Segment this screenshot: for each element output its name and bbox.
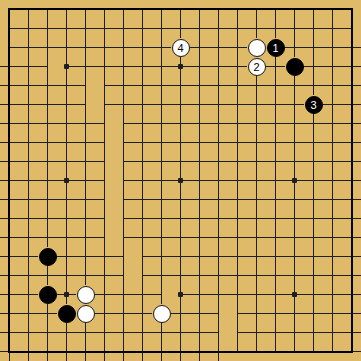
board-intersection (133, 38, 152, 57)
board-intersection (266, 266, 285, 285)
board-intersection (76, 152, 95, 171)
board-intersection (171, 228, 190, 247)
board-intersection (285, 304, 304, 323)
board-intersection (152, 114, 171, 133)
board-intersection (247, 171, 266, 190)
board-intersection (228, 323, 247, 342)
board-intersection (114, 285, 133, 304)
board-intersection (57, 133, 76, 152)
board-intersection (38, 0, 57, 19)
board-intersection (0, 266, 19, 285)
board-intersection (285, 133, 304, 152)
black-stone (39, 248, 57, 266)
board-intersection (266, 57, 285, 76)
board-intersection (228, 228, 247, 247)
board-intersection (76, 0, 95, 19)
board-intersection (304, 304, 323, 323)
board-intersection (285, 209, 304, 228)
board-intersection (152, 285, 171, 304)
board-intersection (342, 19, 361, 38)
board-intersection (304, 228, 323, 247)
board-intersection (152, 247, 171, 266)
board-intersection (323, 152, 342, 171)
board-intersection (323, 209, 342, 228)
board-intersection (133, 114, 152, 133)
board-intersection (171, 95, 190, 114)
board-intersection (171, 247, 190, 266)
board-intersection (38, 114, 57, 133)
star-point (178, 64, 183, 69)
board-intersection (152, 152, 171, 171)
board-intersection (114, 152, 133, 171)
board-intersection (38, 228, 57, 247)
board-intersection (323, 19, 342, 38)
star-point (64, 178, 69, 183)
board-intersection (0, 0, 19, 19)
white-stone (153, 305, 171, 323)
star-point (292, 292, 297, 297)
board-intersection (133, 57, 152, 76)
board-intersection (38, 342, 57, 361)
board-intersection (228, 152, 247, 171)
board-intersection (247, 266, 266, 285)
board-intersection (76, 76, 95, 95)
board-intersection (304, 266, 323, 285)
board-intersection (304, 38, 323, 57)
black-stone (39, 286, 57, 304)
board-intersection (95, 171, 114, 190)
board-intersection (304, 0, 323, 19)
go-board: 4123 (0, 0, 361, 361)
board-intersection (114, 190, 133, 209)
board-intersection (133, 323, 152, 342)
board-intersection (171, 304, 190, 323)
board-intersection (114, 19, 133, 38)
board-intersection (114, 228, 133, 247)
board-intersection (114, 323, 133, 342)
board-intersection (228, 285, 247, 304)
board-intersection (266, 209, 285, 228)
board-intersection (285, 95, 304, 114)
board-intersection (114, 342, 133, 361)
board-intersection (133, 0, 152, 19)
board-intersection (304, 247, 323, 266)
board-intersection (285, 0, 304, 19)
board-intersection (266, 285, 285, 304)
board-intersection (285, 19, 304, 38)
board-intersection (247, 133, 266, 152)
board-intersection (266, 342, 285, 361)
board-intersection (152, 209, 171, 228)
board-intersection (209, 171, 228, 190)
board-intersection (190, 0, 209, 19)
board-intersection (342, 323, 361, 342)
board-intersection (0, 323, 19, 342)
board-intersection (228, 171, 247, 190)
black-stone (58, 305, 76, 323)
board-intersection (247, 304, 266, 323)
board-intersection (209, 95, 228, 114)
board-intersection (190, 171, 209, 190)
board-intersection (323, 38, 342, 57)
board-intersection (171, 266, 190, 285)
board-intersection (209, 342, 228, 361)
board-intersection (323, 95, 342, 114)
board-intersection (19, 19, 38, 38)
black-stone-move-3: 3 (305, 96, 323, 114)
board-intersection (190, 152, 209, 171)
board-intersection (209, 114, 228, 133)
board-intersection (209, 323, 228, 342)
board-intersection (114, 266, 133, 285)
board-intersection (342, 95, 361, 114)
board-intersection (323, 304, 342, 323)
board-intersection (95, 114, 114, 133)
board-intersection (133, 209, 152, 228)
star-point (178, 292, 183, 297)
board-intersection (0, 285, 19, 304)
board-intersection (19, 285, 38, 304)
board-intersection (323, 133, 342, 152)
board-intersection (133, 76, 152, 95)
board-intersection (209, 38, 228, 57)
board-intersection (38, 57, 57, 76)
board-intersection (38, 171, 57, 190)
board-intersection (342, 0, 361, 19)
board-intersection (95, 247, 114, 266)
board-intersection (190, 38, 209, 57)
board-intersection (323, 228, 342, 247)
black-stone-move-1: 1 (267, 39, 285, 57)
board-intersection (95, 285, 114, 304)
board-intersection (285, 228, 304, 247)
board-intersection (228, 133, 247, 152)
board-intersection (38, 323, 57, 342)
board-intersection (0, 171, 19, 190)
board-intersection (266, 171, 285, 190)
board-intersection (0, 114, 19, 133)
board-intersection (19, 57, 38, 76)
board-intersection (76, 190, 95, 209)
board-intersection (95, 304, 114, 323)
board-intersection (228, 209, 247, 228)
board-intersection (152, 266, 171, 285)
board-intersection (76, 38, 95, 57)
board-intersection (190, 247, 209, 266)
board-intersection (114, 304, 133, 323)
board-intersection (19, 304, 38, 323)
board-intersection (57, 95, 76, 114)
board-intersection (304, 209, 323, 228)
board-intersection (76, 19, 95, 38)
board-intersection (133, 19, 152, 38)
board-intersection (57, 266, 76, 285)
board-intersection (304, 285, 323, 304)
board-intersection (228, 95, 247, 114)
board-intersection (190, 95, 209, 114)
star-point (292, 178, 297, 183)
board-intersection (247, 285, 266, 304)
board-intersection (171, 0, 190, 19)
board-intersection (304, 323, 323, 342)
board-intersection (19, 133, 38, 152)
board-intersection (171, 133, 190, 152)
board-intersection (95, 76, 114, 95)
board-intersection (95, 38, 114, 57)
board-intersection (342, 342, 361, 361)
white-stone (248, 39, 266, 57)
board-intersection (0, 304, 19, 323)
board-intersection (152, 57, 171, 76)
board-intersection (0, 76, 19, 95)
board-intersection (266, 190, 285, 209)
board-intersection (152, 19, 171, 38)
board-intersection (152, 76, 171, 95)
board-intersection (19, 171, 38, 190)
board-intersection (247, 228, 266, 247)
board-intersection (285, 190, 304, 209)
board-intersection (228, 57, 247, 76)
board-intersection (114, 0, 133, 19)
board-intersection (38, 209, 57, 228)
board-intersection (228, 19, 247, 38)
board-intersection (19, 114, 38, 133)
board-intersection (190, 266, 209, 285)
board-intersection (323, 76, 342, 95)
board-intersection (285, 342, 304, 361)
board-intersection (76, 133, 95, 152)
board-intersection (342, 304, 361, 323)
star-point (64, 292, 69, 297)
board-intersection (114, 247, 133, 266)
board-intersection (209, 57, 228, 76)
board-intersection (228, 38, 247, 57)
board-intersection (190, 57, 209, 76)
board-intersection (342, 171, 361, 190)
board-intersection (57, 190, 76, 209)
board-intersection (133, 247, 152, 266)
board-intersection (304, 133, 323, 152)
board-intersection (57, 76, 76, 95)
board-intersection (19, 228, 38, 247)
board-intersection (190, 285, 209, 304)
black-stone (286, 58, 304, 76)
board-intersection (209, 266, 228, 285)
white-stone (77, 305, 95, 323)
board-intersection (0, 95, 19, 114)
board-intersection (95, 57, 114, 76)
board-intersection (76, 209, 95, 228)
board-intersection (0, 152, 19, 171)
board-intersection (95, 19, 114, 38)
board-intersection (190, 190, 209, 209)
board-intersection (209, 76, 228, 95)
board-intersection (266, 19, 285, 38)
board-intersection (190, 76, 209, 95)
board-intersection (323, 285, 342, 304)
board-intersection (76, 171, 95, 190)
board-intersection (304, 190, 323, 209)
board-intersection (190, 209, 209, 228)
board-intersection (247, 114, 266, 133)
board-intersection (0, 38, 19, 57)
board-intersection (266, 152, 285, 171)
board-intersection (247, 152, 266, 171)
board-intersection (190, 342, 209, 361)
board-intersection (304, 19, 323, 38)
board-intersection (38, 266, 57, 285)
board-intersection (190, 304, 209, 323)
board-intersection (152, 228, 171, 247)
board-intersection (228, 190, 247, 209)
board-intersection (285, 76, 304, 95)
board-intersection (19, 209, 38, 228)
board-intersection (76, 247, 95, 266)
board-intersection (57, 152, 76, 171)
board-intersection (0, 342, 19, 361)
board-intersection (171, 114, 190, 133)
white-stone-move-2: 2 (248, 58, 266, 76)
board-intersection (209, 304, 228, 323)
board-intersection (323, 114, 342, 133)
board-intersection (190, 323, 209, 342)
board-intersection (38, 38, 57, 57)
board-intersection (228, 76, 247, 95)
board-intersection (209, 228, 228, 247)
board-intersection (95, 209, 114, 228)
board-intersection (38, 152, 57, 171)
board-intersection (323, 342, 342, 361)
board-intersection (209, 152, 228, 171)
board-intersection (95, 228, 114, 247)
board-intersection (304, 152, 323, 171)
star-point (64, 64, 69, 69)
board-intersection (19, 76, 38, 95)
board-intersection (95, 152, 114, 171)
board-intersection (38, 190, 57, 209)
board-intersection (323, 190, 342, 209)
board-intersection (228, 247, 247, 266)
board-intersection (0, 133, 19, 152)
board-intersection (266, 323, 285, 342)
board-intersection (209, 285, 228, 304)
board-intersection (171, 76, 190, 95)
board-intersection (76, 57, 95, 76)
board-intersection (0, 209, 19, 228)
board-intersection (171, 342, 190, 361)
board-intersection (342, 152, 361, 171)
board-intersection (95, 342, 114, 361)
board-intersection (95, 95, 114, 114)
board-intersection (133, 190, 152, 209)
board-intersection (57, 38, 76, 57)
board-intersection (95, 0, 114, 19)
board-intersection (323, 247, 342, 266)
board-intersection (133, 95, 152, 114)
board-intersection (38, 304, 57, 323)
board-intersection (304, 114, 323, 133)
board-intersection (114, 209, 133, 228)
star-point (178, 178, 183, 183)
board-intersection (57, 209, 76, 228)
board-intersection (342, 209, 361, 228)
board-intersection (114, 57, 133, 76)
board-intersection (19, 0, 38, 19)
board-intersection (228, 0, 247, 19)
board-intersection (152, 0, 171, 19)
board-intersection (342, 114, 361, 133)
board-intersection (304, 76, 323, 95)
board-intersection (152, 342, 171, 361)
board-intersection (285, 247, 304, 266)
board-intersection (209, 19, 228, 38)
board-intersection (133, 171, 152, 190)
board-intersection (152, 95, 171, 114)
board-intersection (266, 0, 285, 19)
board-intersection (152, 323, 171, 342)
board-intersection (133, 228, 152, 247)
board-intersection (285, 152, 304, 171)
board-intersection (38, 19, 57, 38)
board-intersection (133, 342, 152, 361)
board-intersection (19, 190, 38, 209)
board-intersection (133, 133, 152, 152)
board-intersection (0, 57, 19, 76)
board-intersection (285, 38, 304, 57)
board-intersection (285, 323, 304, 342)
board-intersection (304, 57, 323, 76)
board-intersection (266, 76, 285, 95)
board-intersection (266, 304, 285, 323)
board-intersection (152, 171, 171, 190)
board-intersection (152, 38, 171, 57)
board-intersection (76, 266, 95, 285)
board-intersection (57, 114, 76, 133)
board-intersection (190, 133, 209, 152)
board-intersection (190, 114, 209, 133)
board-intersection (247, 0, 266, 19)
board-intersection (323, 0, 342, 19)
board-intersection (0, 19, 19, 38)
board-intersection (76, 323, 95, 342)
board-intersection (342, 247, 361, 266)
board-intersection (266, 95, 285, 114)
board-intersection (171, 19, 190, 38)
board-intersection (114, 171, 133, 190)
board-intersection (228, 266, 247, 285)
board-intersection (133, 304, 152, 323)
board-intersection (323, 171, 342, 190)
board-intersection (57, 342, 76, 361)
board-intersection (266, 114, 285, 133)
board-intersection (57, 0, 76, 19)
board-intersection (114, 76, 133, 95)
board-intersection (57, 19, 76, 38)
board-intersection (209, 0, 228, 19)
board-intersection (209, 133, 228, 152)
board-intersection (247, 19, 266, 38)
board-intersection (209, 247, 228, 266)
board-intersection (342, 57, 361, 76)
board-intersection (57, 228, 76, 247)
board-intersection (323, 323, 342, 342)
board-intersection (38, 76, 57, 95)
board-intersection (38, 133, 57, 152)
board-intersection (247, 247, 266, 266)
board-intersection (342, 133, 361, 152)
board-intersection (152, 190, 171, 209)
board-intersection (190, 228, 209, 247)
